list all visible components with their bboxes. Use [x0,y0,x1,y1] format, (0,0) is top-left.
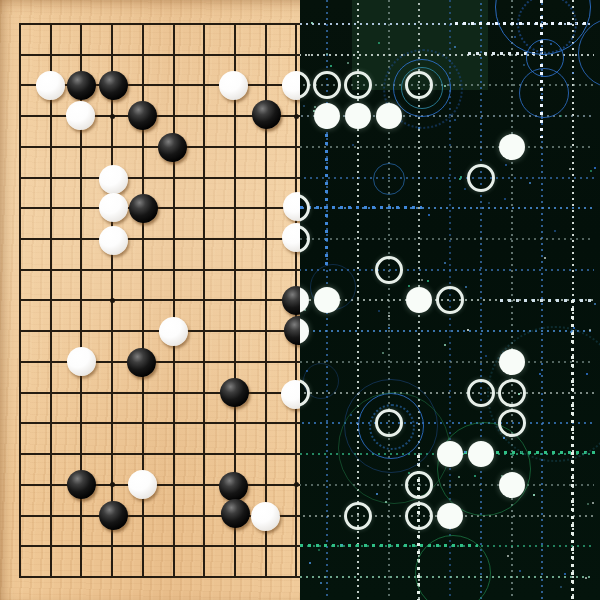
grid-line-vertical [203,23,205,578]
black-stone[interactable] [99,501,128,530]
noise-speckle [504,198,506,200]
noise-speckle [550,43,552,45]
noise-speckle [573,327,575,329]
black-stone[interactable] [282,286,300,315]
black-stone-digital[interactable] [499,134,525,160]
go-board [0,0,600,600]
noise-speckle [378,310,380,312]
star-point [294,482,299,487]
noise-speckle [523,64,525,66]
white-stone[interactable] [67,347,96,376]
black-stone-digital[interactable] [468,441,494,467]
grid-line-horizontal [19,299,300,301]
black-stone[interactable] [67,470,96,499]
dotted-grid-row [300,238,594,240]
white-stone-digital[interactable] [405,502,433,530]
noise-speckle [418,127,420,129]
noise-speckle [564,573,566,575]
noise-speckle [330,65,332,67]
grid-line-horizontal [19,422,300,424]
noise-speckle [459,178,461,180]
black-stone[interactable] [284,316,300,345]
black-stone-digital[interactable] [376,103,402,129]
noise-speckle [560,115,562,117]
white-stone-digital[interactable] [344,71,372,99]
noise-speckle [385,501,387,503]
noise-speckle [378,42,380,44]
noise-speckle [514,36,516,38]
noise-speckle [341,544,343,546]
noise-speckle [590,170,592,172]
noise-speckle [594,303,596,305]
grid-line-horizontal [19,269,300,271]
noise-speckle [505,164,507,166]
noise-speckle [474,475,476,477]
noise-speckle [311,22,313,24]
white-stone-digital[interactable] [467,164,495,192]
bright-dash-segment [325,118,328,268]
star-point [110,298,115,303]
noise-speckle [464,451,466,453]
white-stone-digital[interactable] [498,409,526,437]
noise-speckle [512,454,514,456]
noise-speckle [427,465,429,467]
noise-speckle [320,582,322,584]
noise-speckle [444,262,446,264]
black-stone-digital[interactable] [437,503,463,529]
digital-board-half [300,0,600,600]
noise-speckle [308,54,310,56]
white-stone-digital[interactable] [300,194,310,222]
star-point [110,482,115,487]
black-stone-digital[interactable] [345,103,371,129]
noise-speckle [388,327,390,329]
noise-speckle [560,586,562,588]
grid-line-horizontal [19,361,300,363]
noise-speckle [570,331,572,333]
black-stone[interactable] [252,100,281,129]
decorative-circle [519,68,569,118]
decorative-circle [338,392,450,504]
noise-speckle [454,46,456,48]
white-stone[interactable] [99,193,128,222]
noise-speckle [467,329,469,331]
black-stone-digital[interactable] [499,472,525,498]
noise-speckle [585,577,587,579]
noise-speckle [318,549,320,551]
dotted-grid-row [300,177,594,179]
white-stone[interactable] [283,192,300,221]
white-stone[interactable] [251,502,280,531]
noise-speckle [594,167,596,169]
black-stone[interactable] [99,71,128,100]
black-stone[interactable] [158,133,187,162]
black-stone-digital[interactable] [406,287,432,313]
white-stone-digital[interactable] [313,71,341,99]
black-stone-digital[interactable] [314,103,340,129]
grid-line-vertical [50,23,52,578]
grid-line-horizontal [19,545,300,547]
noise-speckle [592,502,594,504]
noise-speckle [347,62,349,64]
decorative-circle [373,163,405,195]
noise-speckle [572,72,574,74]
noise-speckle [507,555,509,557]
black-stone[interactable] [128,101,157,130]
noise-speckle [421,279,423,281]
noise-speckle [488,202,490,204]
white-stone-digital[interactable] [375,409,403,437]
white-stone-digital[interactable] [300,225,310,253]
noise-speckle [303,105,305,107]
grid-line-horizontal [19,453,300,455]
noise-speckle [589,329,591,331]
grid-line-horizontal [19,576,300,578]
wooden-board-half [0,0,300,600]
white-stone[interactable] [36,71,65,100]
white-stone[interactable] [99,226,128,255]
noise-speckle [485,355,487,357]
black-stone[interactable] [127,348,156,377]
physical-layer [0,0,300,600]
noise-speckle [454,119,456,121]
noise-speckle [544,257,546,259]
star-point [294,114,299,119]
noise-speckle [554,230,556,232]
noise-speckle [465,286,467,288]
grid-line-horizontal [19,23,300,25]
noise-speckle [539,373,541,375]
grid-line-horizontal [19,54,300,56]
noise-speckle [376,493,378,495]
noise-speckle [326,53,328,55]
noise-speckle [460,176,462,178]
black-stone[interactable] [67,71,96,100]
bright-dash-segment [500,299,596,302]
noise-speckle [464,188,466,190]
noise-speckle [587,503,589,505]
white-stone[interactable] [66,101,95,130]
grid-line-horizontal [19,238,300,240]
white-stone-digital[interactable] [498,379,526,407]
noise-speckle [428,214,430,216]
noise-speckle [519,570,521,572]
black-stone-digital[interactable] [499,349,525,375]
digital-layer [300,0,600,600]
noise-speckle [586,373,588,375]
bright-dash-segment [300,206,422,209]
noise-speckle [529,182,531,184]
black-stone[interactable] [219,472,248,501]
noise-speckle [427,280,429,282]
grid-line-horizontal [19,177,300,179]
white-stone-digital[interactable] [375,256,403,284]
black-stone[interactable] [221,499,250,528]
noise-speckle [444,344,446,346]
white-stone-digital[interactable] [300,71,310,99]
noise-speckle [533,494,535,496]
white-stone-digital[interactable] [467,379,495,407]
noise-speckle [458,476,460,478]
noise-speckle [444,85,446,87]
white-stone-digital[interactable] [405,471,433,499]
noise-speckle [569,168,571,170]
noise-speckle [417,543,419,545]
noise-speckle [350,414,352,416]
black-stone[interactable] [129,194,158,223]
white-stone[interactable] [282,71,300,100]
black-stone-digital[interactable] [437,441,463,467]
black-stone[interactable] [220,378,249,407]
white-stone[interactable] [128,470,157,499]
noise-speckle [388,315,390,317]
noise-speckle [408,285,410,287]
white-stone[interactable] [219,71,248,100]
noise-speckle [503,437,505,439]
grid-line-horizontal [19,207,300,209]
black-stone-digital[interactable] [300,318,309,344]
white-stone-digital[interactable] [344,502,372,530]
grid-line-vertical [173,23,175,578]
noise-speckle [352,144,354,146]
noise-speckle [309,562,311,564]
white-stone[interactable] [159,317,188,346]
noise-speckle [382,352,384,354]
grid-line-horizontal [19,484,300,486]
grid-line-horizontal [19,392,300,394]
dotted-grid-row [300,146,594,148]
black-stone-digital[interactable] [300,287,309,313]
white-stone-digital[interactable] [436,286,464,314]
white-stone[interactable] [282,223,300,252]
grid-line-vertical [19,23,21,578]
white-stone[interactable] [281,380,300,409]
star-point [110,114,115,119]
noise-speckle [306,370,308,372]
white-stone[interactable] [99,165,128,194]
